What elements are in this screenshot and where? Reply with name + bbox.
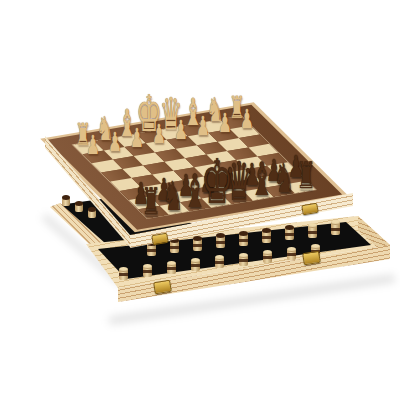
stored-piece-cylinder <box>285 227 294 240</box>
piece-black-knight: ♞ <box>273 158 294 198</box>
cylinder-top <box>287 247 296 252</box>
cylinder-band <box>287 253 296 256</box>
stored-piece-cylinder <box>191 260 200 271</box>
stored-piece-cylinder <box>263 252 272 263</box>
cylinder-top <box>262 228 271 233</box>
cylinder-band <box>167 267 176 270</box>
cylinder-top <box>331 220 340 225</box>
stored-piece-cylinder <box>262 230 271 243</box>
cylinder-top <box>239 253 248 258</box>
stored-piece-cylinder <box>287 249 296 260</box>
cylinder-band <box>216 241 225 244</box>
piece-black-bishop: ♝ <box>183 168 207 214</box>
cylinder-top <box>239 231 248 236</box>
cylinder-band <box>193 244 202 247</box>
cylinder-band <box>285 233 294 236</box>
piece-white-pawn: ♟ <box>218 110 232 137</box>
stored-piece-cylinder <box>216 235 225 248</box>
cylinder-top <box>62 195 70 200</box>
cylinder-band <box>262 236 271 239</box>
stored-piece-cylinder <box>193 238 202 251</box>
piece-white-pawn: ♟ <box>152 121 166 148</box>
stored-piece-cylinder <box>308 225 317 238</box>
stored-piece-cylinder <box>119 269 128 280</box>
piece-black-bishop: ♝ <box>250 157 274 203</box>
cylinder-top <box>167 261 176 266</box>
cylinder-top <box>311 244 320 249</box>
stored-piece-cylinder <box>167 263 176 274</box>
stored-piece-cylinder <box>239 255 248 266</box>
stored-piece-cylinder <box>62 197 70 206</box>
brass-clasp <box>301 203 318 216</box>
stored-piece-cylinder <box>215 257 224 268</box>
cylinder-band <box>170 246 179 249</box>
stored-piece-cylinder <box>239 233 248 246</box>
stored-piece-cylinder <box>75 203 83 212</box>
cylinder-top <box>263 250 272 255</box>
cylinder-band <box>263 256 272 259</box>
piece-white-pawn: ♟ <box>108 129 122 156</box>
cylinder-top <box>88 207 96 212</box>
piece-white-pawn: ♟ <box>240 106 254 133</box>
piece-white-pawn: ♟ <box>130 125 144 152</box>
cylinder-top <box>216 233 225 238</box>
cylinder-band <box>215 261 224 264</box>
stored-piece-cylinder <box>143 266 152 277</box>
stored-piece-cylinder <box>88 209 96 218</box>
cylinder-band <box>239 239 248 242</box>
cylinder-top <box>193 236 202 241</box>
cylinder-band <box>331 228 340 231</box>
cylinder-band <box>239 259 248 262</box>
cylinder-band <box>191 264 200 267</box>
cylinder-top <box>191 258 200 263</box>
product-photo-scene: ♜♞♝♚♛♝♞♜♟♟♟♟♟♟♟♟♟♟♟♟♟♟♟♟♜♞♝♚♛♝♞♜ <box>0 0 400 400</box>
cylinder-top <box>215 255 224 260</box>
cylinder-band <box>308 231 317 234</box>
cylinder-top <box>308 223 317 228</box>
stored-piece-cylinder <box>170 240 179 253</box>
piece-white-pawn: ♟ <box>174 117 188 144</box>
piece-white-pawn: ♟ <box>196 114 210 141</box>
piece-black-knight: ♞ <box>163 177 184 217</box>
piece-black-rook: ♜ <box>296 157 315 194</box>
cylinder-top <box>75 201 83 206</box>
cylinder-band <box>119 273 128 276</box>
cylinder-top <box>143 264 152 269</box>
piece-white-pawn: ♟ <box>86 132 100 159</box>
cylinder-top <box>119 267 128 272</box>
cylinder-band <box>143 270 152 273</box>
cylinder-top <box>285 225 294 230</box>
stored-piece-cylinder <box>331 222 340 235</box>
piece-black-rook: ♜ <box>142 183 161 220</box>
cylinder-band <box>147 249 156 252</box>
